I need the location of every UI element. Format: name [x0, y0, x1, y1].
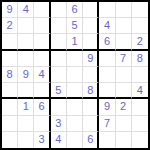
cell-r6c7[interactable] — [99, 83, 115, 99]
cell-r5c8[interactable] — [116, 67, 132, 83]
cell-r9c6[interactable]: 6 — [83, 132, 99, 148]
cell-r3c2[interactable] — [18, 34, 34, 50]
cell-r7c7[interactable]: 9 — [99, 99, 115, 115]
cell-r2c5[interactable]: 5 — [67, 18, 83, 34]
cell-r9c5[interactable] — [67, 132, 83, 148]
cell-r7c6[interactable] — [83, 99, 99, 115]
cell-r3c8[interactable] — [116, 34, 132, 50]
cell-r1c2[interactable]: 4 — [18, 2, 34, 18]
cell-r4c1[interactable] — [2, 51, 18, 67]
cell-r2c2[interactable] — [18, 18, 34, 34]
cell-r8c7[interactable]: 7 — [99, 116, 115, 132]
cell-r6c9[interactable]: 4 — [132, 83, 148, 99]
cell-r1c9[interactable] — [132, 2, 148, 18]
cell-r6c5[interactable] — [67, 83, 83, 99]
cell-r1c6[interactable] — [83, 2, 99, 18]
cell-r9c7[interactable] — [99, 132, 115, 148]
cell-r3c9[interactable]: 2 — [132, 34, 148, 50]
cell-r4c6[interactable]: 9 — [83, 51, 99, 67]
cell-r5c2[interactable]: 9 — [18, 67, 34, 83]
cell-r7c9[interactable] — [132, 99, 148, 115]
cell-r7c3[interactable]: 6 — [34, 99, 50, 115]
cell-r2c3[interactable] — [34, 18, 50, 34]
cell-r4c4[interactable] — [51, 51, 67, 67]
cell-r1c8[interactable] — [116, 2, 132, 18]
cell-r4c9[interactable]: 8 — [132, 51, 148, 67]
cell-r9c3[interactable]: 3 — [34, 132, 50, 148]
cell-r6c2[interactable] — [18, 83, 34, 99]
cell-r4c3[interactable] — [34, 51, 50, 67]
cell-r7c2[interactable]: 1 — [18, 99, 34, 115]
cell-r1c1[interactable]: 9 — [2, 2, 18, 18]
cell-r5c3[interactable]: 4 — [34, 67, 50, 83]
cell-r5c5[interactable] — [67, 67, 83, 83]
cell-r2c1[interactable]: 2 — [2, 18, 18, 34]
cell-r6c3[interactable] — [34, 83, 50, 99]
cell-r1c3[interactable] — [34, 2, 50, 18]
cell-r3c7[interactable]: 6 — [99, 34, 115, 50]
cell-r3c3[interactable] — [34, 34, 50, 50]
cell-r6c4[interactable]: 5 — [51, 83, 67, 99]
cell-r4c2[interactable] — [18, 51, 34, 67]
cell-r2c6[interactable] — [83, 18, 99, 34]
cell-r8c5[interactable] — [67, 116, 83, 132]
cell-r1c7[interactable] — [99, 2, 115, 18]
cell-r3c4[interactable] — [51, 34, 67, 50]
cell-r7c5[interactable] — [67, 99, 83, 115]
cell-r3c1[interactable] — [2, 34, 18, 50]
cell-r5c1[interactable]: 8 — [2, 67, 18, 83]
cell-r8c1[interactable] — [2, 116, 18, 132]
cell-r9c1[interactable] — [2, 132, 18, 148]
cell-r4c5[interactable] — [67, 51, 83, 67]
cell-r2c9[interactable] — [132, 18, 148, 34]
cell-r8c8[interactable] — [116, 116, 132, 132]
cell-r9c9[interactable] — [132, 132, 148, 148]
cell-r6c8[interactable] — [116, 83, 132, 99]
cell-r1c5[interactable]: 6 — [67, 2, 83, 18]
cell-r2c4[interactable] — [51, 18, 67, 34]
cell-r7c1[interactable] — [2, 99, 18, 115]
cell-r8c4[interactable]: 3 — [51, 116, 67, 132]
cell-r9c8[interactable] — [116, 132, 132, 148]
sudoku-board: 946254162978894584169237346 — [0, 0, 150, 150]
cell-r4c7[interactable] — [99, 51, 115, 67]
cell-r1c4[interactable] — [51, 2, 67, 18]
cell-r8c3[interactable] — [34, 116, 50, 132]
cell-r2c7[interactable]: 4 — [99, 18, 115, 34]
cell-r3c5[interactable]: 1 — [67, 34, 83, 50]
cell-r8c9[interactable] — [132, 116, 148, 132]
cell-r9c4[interactable]: 4 — [51, 132, 67, 148]
cell-r5c4[interactable] — [51, 67, 67, 83]
cell-r4c8[interactable]: 7 — [116, 51, 132, 67]
cell-r2c8[interactable] — [116, 18, 132, 34]
cell-r5c6[interactable] — [83, 67, 99, 83]
cell-r6c6[interactable]: 8 — [83, 83, 99, 99]
cell-r5c7[interactable] — [99, 67, 115, 83]
cell-r8c2[interactable] — [18, 116, 34, 132]
cell-r9c2[interactable] — [18, 132, 34, 148]
cell-r6c1[interactable] — [2, 83, 18, 99]
cell-r7c8[interactable]: 2 — [116, 99, 132, 115]
cell-r7c4[interactable] — [51, 99, 67, 115]
cell-r5c9[interactable] — [132, 67, 148, 83]
cell-r8c6[interactable] — [83, 116, 99, 132]
cell-r3c6[interactable] — [83, 34, 99, 50]
